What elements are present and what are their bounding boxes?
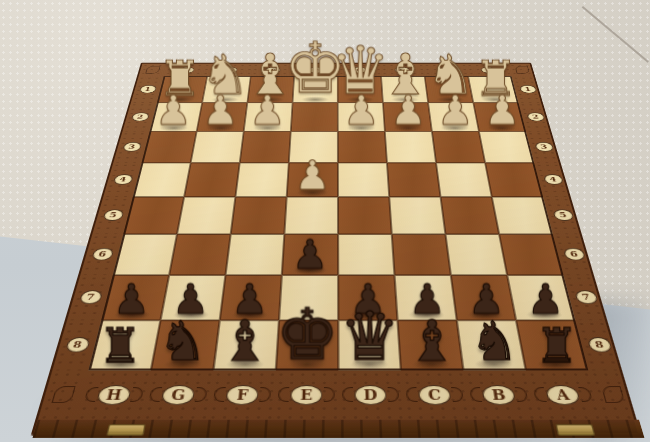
piece-shadow [100,358,141,370]
box-side-edge [33,420,645,438]
bottom-border-cell: G [141,371,213,420]
square-e3 [289,132,338,163]
file-label-top-f: F [265,67,281,73]
piece-shadow [487,125,517,132]
square-f6 [225,234,284,275]
file-label-top-e: E [309,67,324,73]
square-b7: ♟ [451,275,516,320]
square-e4: ♟ [287,163,338,197]
scroll-ornament-icon [406,387,418,402]
square-f7: ♟ [220,275,282,320]
corner-scroll-icon [145,66,160,74]
piece-black-pawn-e6: ♟ [292,235,328,273]
piece-white-knight-g1: ♞ [200,50,249,102]
square-e5 [284,197,338,234]
rank-medallion-left-3: 3 [122,142,142,152]
brass-hinge-icon [556,424,596,435]
frame-corner-top-left [139,64,167,77]
square-g6 [169,234,231,275]
file-label-top-h: H [179,67,195,73]
file-label-bottom-e: E [290,384,323,404]
frame-corner-top-right [508,64,536,77]
bottom-border-cell: C [401,371,470,420]
photo-scene: HGFEDCBA1♜♞♝♚♛♝♞♜12♟♟♟♟♟♟♟2334♟4556♟67♟♟… [0,0,650,442]
square-h4 [133,163,191,197]
square-h3 [142,132,197,163]
top-border-cell: E [294,64,337,77]
square-c5 [389,197,445,234]
bottom-border-cell: D [338,371,404,420]
square-h5 [123,197,184,234]
square-f5 [231,197,287,234]
square-g7: ♟ [160,275,225,320]
scroll-ornament-icon [515,387,529,402]
scroll-ornament-icon [259,387,271,402]
piece-shadow [535,358,576,370]
rank-label-left-5: 5 [92,197,133,234]
piece-shadow [211,96,240,102]
piece-black-pawn-c7: ♟ [409,280,446,319]
piece-shadow [350,358,389,370]
piece-black-pawn-d7: ♟ [349,280,386,319]
piece-shadow [391,96,419,102]
piece-white-pawn-e4: ♟ [294,157,330,195]
square-g1: ♞ [202,76,251,103]
bottom-border-cell: F [207,371,276,420]
board-perspective-scene: HGFEDCBA1♜♞♝♚♛♝♞♜12♟♟♟♟♟♟♟2334♟4556♟67♟♟… [98,0,574,442]
bottom-border-cell: B [463,371,535,420]
piece-shadow [436,96,465,102]
square-a1: ♜ [468,76,518,103]
square-d5 [338,197,392,234]
square-d7: ♟ [338,275,397,320]
square-c4 [387,163,441,197]
square-f4 [235,163,288,197]
square-f8: ♝ [213,320,279,370]
scroll-ornament-icon [578,387,593,402]
square-e2 [291,103,338,132]
piece-shadow [253,125,282,132]
rank-medallion-left-5: 5 [102,209,124,220]
corner-scroll-icon [515,66,530,74]
rank-medallion-right-1: 1 [519,85,537,93]
piece-white-rook-a1: ♜ [474,56,518,102]
square-a2: ♟ [473,103,526,132]
file-label-top-a: A [480,67,496,73]
piece-shadow [231,309,268,320]
square-b3 [432,132,485,163]
piece-shadow [166,96,195,102]
file-label-top-d: D [352,67,367,73]
square-f3 [240,132,291,163]
rank-medallion-right-7: 7 [574,290,599,304]
piece-shadow [172,309,210,320]
square-c1: ♝ [381,76,428,103]
rank-medallion-left-7: 7 [78,290,103,304]
square-d3 [338,132,387,163]
piece-shadow [525,309,564,320]
piece-white-rook-h1: ♜ [158,56,202,102]
file-label-top-b: B [437,67,453,73]
square-h8: ♜ [88,320,160,370]
piece-shadow [159,125,189,132]
square-d1: ♛ [338,76,383,103]
scroll-ornament-icon [194,387,207,402]
square-b6 [445,234,507,275]
rank-medallion-left-1: 1 [138,85,156,93]
piece-black-pawn-h7: ♟ [113,280,150,319]
scroll-ornament-icon [278,387,290,402]
piece-shadow [350,309,387,320]
square-g3 [191,132,244,163]
square-f1: ♝ [247,76,294,103]
square-e1: ♚ [293,76,338,103]
scroll-ornament-icon [149,387,163,402]
rank-medallion-right-4: 4 [542,174,563,184]
rank-label-left-4: 4 [103,163,141,197]
square-g4 [184,163,240,197]
piece-shadow [256,96,284,102]
square-d6 [338,234,394,275]
rank-medallion-left-6: 6 [90,248,114,261]
chess-board: HGFEDCBA1♜♞♝♚♛♝♞♜12♟♟♟♟♟♟♟2334♟4556♟67♟♟… [31,63,642,436]
piece-shadow [347,125,376,132]
piece-black-pawn-b7: ♟ [468,280,505,319]
square-a4 [485,163,543,197]
square-f2: ♟ [244,103,293,132]
file-label-bottom-g: G [161,384,196,404]
piece-shadow [163,358,203,370]
scroll-ornament-icon [324,387,335,402]
square-c7: ♟ [395,275,457,320]
rank-medallion-right-6: 6 [562,248,586,261]
file-label-bottom-h: H [96,384,133,404]
square-b2: ♟ [428,103,479,132]
square-a7: ♟ [507,275,575,320]
square-d2: ♟ [338,103,385,132]
square-h6 [113,234,177,275]
rank-medallion-left-2: 2 [130,112,149,121]
square-c6 [392,234,451,275]
piece-shadow [474,358,514,370]
square-b4 [436,163,492,197]
piece-shadow [301,96,329,102]
top-border-cell: D [338,64,382,77]
piece-shadow [440,125,470,132]
top-border-cell: F [251,64,295,77]
piece-shadow [467,309,505,320]
piece-shadow [113,309,152,320]
rank-medallion-right-5: 5 [552,209,574,220]
file-label-bottom-d: D [354,384,387,404]
piece-shadow [393,125,423,132]
square-c3 [385,132,436,163]
piece-shadow [408,309,445,320]
square-d4 [338,163,389,197]
piece-shadow [293,265,328,275]
square-h1: ♜ [157,76,207,103]
piece-shadow [288,358,327,370]
piece-shadow [346,96,374,102]
file-label-bottom-b: B [481,384,516,404]
piece-black-pawn-a7: ♟ [527,280,564,319]
square-e6: ♟ [282,234,338,275]
top-border-cell: A [466,64,512,77]
bottom-border-cell: A [526,371,601,420]
file-label-bottom-f: F [225,384,259,404]
bottom-border-cell: H [76,371,151,420]
scroll-ornament-icon [84,387,99,402]
square-b1: ♞ [425,76,474,103]
file-label-top-g: G [222,67,238,73]
square-e7 [279,275,338,320]
piece-shadow [481,96,510,102]
piece-shadow [297,189,329,197]
square-h7: ♟ [101,275,169,320]
square-e8: ♚ [276,320,339,370]
piece-shadow [412,358,451,370]
rank-label-right-4: 4 [534,163,572,197]
square-b8: ♞ [457,320,526,370]
file-label-bottom-a: A [545,384,582,404]
square-a3 [479,132,534,163]
scroll-ornament-icon [451,387,464,402]
rank-medallion-right-2: 2 [526,112,545,121]
scroll-ornament-icon [213,387,226,402]
scroll-ornament-icon [130,387,144,402]
rank-medallion-left-8: 8 [64,337,90,352]
brass-hinge-icon [106,424,145,435]
square-h2: ♟ [150,103,203,132]
scroll-ornament-icon [469,387,482,402]
piece-black-pawn-g7: ♟ [172,280,209,319]
corner-scroll-icon [51,386,75,403]
square-g2: ♟ [197,103,248,132]
file-label-top-c: C [395,67,411,73]
bottom-border-cell: E [273,371,339,420]
scroll-ornament-icon [387,387,399,402]
rank-medallion-right-3: 3 [534,142,554,152]
square-c2: ♟ [383,103,432,132]
top-border-cell: B [423,64,468,77]
square-c8: ♝ [398,320,464,370]
scroll-ornament-icon [533,387,547,402]
rank-medallion-right-8: 8 [586,337,613,352]
square-d8: ♛ [338,320,401,370]
rank-medallion-left-4: 4 [112,174,133,184]
scroll-ornament-icon [342,387,353,402]
piece-shadow [206,125,236,132]
top-border-cell: C [380,64,424,77]
piece-shadow [225,358,264,370]
rank-label-right-1: 1 [512,76,545,103]
square-b5 [441,197,500,234]
square-a8: ♜ [516,320,588,370]
square-g8: ♞ [151,320,220,370]
file-label-bottom-c: C [418,384,452,404]
piece-black-pawn-f7: ♟ [231,280,268,319]
top-border-cell: G [207,64,252,77]
corner-scroll-icon [601,386,625,403]
square-g5 [177,197,235,234]
top-border-cell: H [164,64,210,77]
